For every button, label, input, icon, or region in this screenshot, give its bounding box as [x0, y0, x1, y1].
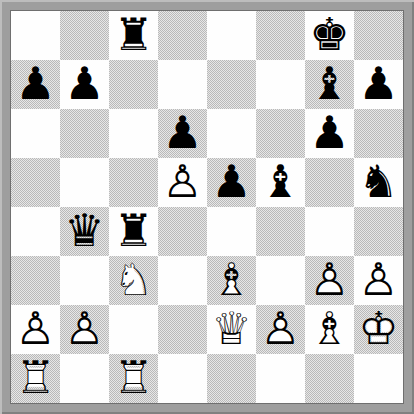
piece-white-bishop[interactable]: ♝♗: [305, 305, 354, 354]
piece-white-knight[interactable]: ♞♘: [109, 256, 158, 305]
square-g8[interactable]: ♚: [305, 11, 354, 60]
square-d4[interactable]: [158, 207, 207, 256]
piece-white-pawn[interactable]: ♟♙: [158, 158, 207, 207]
square-a4[interactable]: [11, 207, 60, 256]
piece-black-bishop[interactable]: ♝: [305, 60, 354, 109]
piece-white-king[interactable]: ♚♔: [354, 305, 403, 354]
white-piece-outline: ♗: [309, 306, 349, 351]
black-piece-glyph: ♝: [260, 159, 300, 204]
square-f7[interactable]: [256, 60, 305, 109]
white-piece-outline: ♙: [162, 159, 202, 204]
square-f8[interactable]: [256, 11, 305, 60]
piece-black-queen[interactable]: ♛: [60, 207, 109, 256]
white-piece-outline: ♖: [15, 355, 55, 400]
square-f1[interactable]: [256, 354, 305, 403]
square-b6[interactable]: [60, 109, 109, 158]
square-d3[interactable]: [158, 256, 207, 305]
piece-white-pawn[interactable]: ♟♙: [11, 305, 60, 354]
square-e2[interactable]: ♛♕: [207, 305, 256, 354]
white-piece-outline: ♙: [15, 306, 55, 351]
square-e4[interactable]: [207, 207, 256, 256]
square-a7[interactable]: ♟: [11, 60, 60, 109]
square-h5[interactable]: ♞: [354, 158, 403, 207]
square-b5[interactable]: [60, 158, 109, 207]
square-b2[interactable]: ♟♙: [60, 305, 109, 354]
square-a6[interactable]: [11, 109, 60, 158]
square-c4[interactable]: ♜: [109, 207, 158, 256]
square-h7[interactable]: ♟: [354, 60, 403, 109]
square-b4[interactable]: ♛: [60, 207, 109, 256]
square-e8[interactable]: [207, 11, 256, 60]
black-piece-glyph: ♟: [15, 61, 55, 106]
white-piece-outline: ♔: [358, 306, 398, 351]
square-d6[interactable]: ♟: [158, 109, 207, 158]
square-a8[interactable]: [11, 11, 60, 60]
piece-white-queen[interactable]: ♛♕: [207, 305, 256, 354]
piece-white-pawn[interactable]: ♟♙: [354, 256, 403, 305]
white-piece-outline: ♙: [260, 306, 300, 351]
square-a1[interactable]: ♜♖: [11, 354, 60, 403]
square-d5[interactable]: ♟♙: [158, 158, 207, 207]
square-a3[interactable]: [11, 256, 60, 305]
black-piece-glyph: ♛: [64, 208, 104, 253]
square-g7[interactable]: ♝: [305, 60, 354, 109]
square-h1[interactable]: [354, 354, 403, 403]
square-h8[interactable]: [354, 11, 403, 60]
square-h3[interactable]: ♟♙: [354, 256, 403, 305]
white-piece-outline: ♖: [113, 355, 153, 400]
chess-board: ♜♚♟♟♝♟♟♟♟♙♟♝♞♛♜♞♘♝♗♟♙♟♙♟♙♟♙♛♕♟♙♝♗♚♔♜♖♜♖: [11, 11, 403, 403]
piece-white-rook[interactable]: ♜♖: [11, 354, 60, 403]
square-g3[interactable]: ♟♙: [305, 256, 354, 305]
piece-black-pawn[interactable]: ♟: [207, 158, 256, 207]
square-f2[interactable]: ♟♙: [256, 305, 305, 354]
square-b1[interactable]: [60, 354, 109, 403]
piece-white-rook[interactable]: ♜♖: [109, 354, 158, 403]
black-piece-glyph: ♟: [64, 61, 104, 106]
piece-white-pawn[interactable]: ♟♙: [305, 256, 354, 305]
square-b3[interactable]: [60, 256, 109, 305]
black-piece-glyph: ♟: [358, 61, 398, 106]
square-h2[interactable]: ♚♔: [354, 305, 403, 354]
black-piece-glyph: ♟: [211, 159, 251, 204]
square-g1[interactable]: [305, 354, 354, 403]
square-d1[interactable]: [158, 354, 207, 403]
square-c3[interactable]: ♞♘: [109, 256, 158, 305]
square-b8[interactable]: [60, 11, 109, 60]
square-c2[interactable]: [109, 305, 158, 354]
piece-white-pawn[interactable]: ♟♙: [256, 305, 305, 354]
square-e3[interactable]: ♝♗: [207, 256, 256, 305]
square-a2[interactable]: ♟♙: [11, 305, 60, 354]
square-f5[interactable]: ♝: [256, 158, 305, 207]
white-piece-outline: ♕: [211, 306, 251, 351]
square-e6[interactable]: [207, 109, 256, 158]
chess-board-frame: ♜♚♟♟♝♟♟♟♟♙♟♝♞♛♜♞♘♝♗♟♙♟♙♟♙♟♙♛♕♟♙♝♗♚♔♜♖♜♖: [0, 0, 414, 414]
square-g5[interactable]: [305, 158, 354, 207]
square-d8[interactable]: [158, 11, 207, 60]
piece-black-king[interactable]: ♚: [305, 11, 354, 60]
piece-black-pawn[interactable]: ♟: [158, 109, 207, 158]
square-e1[interactable]: [207, 354, 256, 403]
white-piece-outline: ♙: [358, 257, 398, 302]
square-e7[interactable]: [207, 60, 256, 109]
square-d2[interactable]: [158, 305, 207, 354]
square-c7[interactable]: [109, 60, 158, 109]
square-g4[interactable]: [305, 207, 354, 256]
square-c1[interactable]: ♜♖: [109, 354, 158, 403]
square-f6[interactable]: [256, 109, 305, 158]
square-b7[interactable]: ♟: [60, 60, 109, 109]
square-f4[interactable]: [256, 207, 305, 256]
square-h6[interactable]: [354, 109, 403, 158]
black-piece-glyph: ♟: [309, 110, 349, 155]
square-c8[interactable]: ♜: [109, 11, 158, 60]
piece-black-pawn[interactable]: ♟: [354, 60, 403, 109]
piece-black-bishop[interactable]: ♝: [256, 158, 305, 207]
black-piece-glyph: ♞: [358, 159, 398, 204]
black-piece-glyph: ♟: [162, 110, 202, 155]
white-piece-outline: ♗: [211, 257, 251, 302]
piece-black-pawn[interactable]: ♟: [60, 60, 109, 109]
white-piece-outline: ♘: [113, 257, 153, 302]
piece-white-pawn[interactable]: ♟♙: [60, 305, 109, 354]
square-e5[interactable]: ♟: [207, 158, 256, 207]
square-c6[interactable]: [109, 109, 158, 158]
piece-black-pawn[interactable]: ♟: [305, 109, 354, 158]
square-g2[interactable]: ♝♗: [305, 305, 354, 354]
square-f3[interactable]: [256, 256, 305, 305]
piece-black-rook[interactable]: ♜: [109, 11, 158, 60]
piece-black-knight[interactable]: ♞: [354, 158, 403, 207]
square-a5[interactable]: [11, 158, 60, 207]
black-piece-glyph: ♜: [113, 208, 153, 253]
white-piece-outline: ♙: [309, 257, 349, 302]
white-piece-outline: ♙: [64, 306, 104, 351]
piece-black-pawn[interactable]: ♟: [11, 60, 60, 109]
black-piece-glyph: ♝: [309, 61, 349, 106]
piece-black-rook[interactable]: ♜: [109, 207, 158, 256]
black-piece-glyph: ♜: [113, 12, 153, 57]
square-d7[interactable]: [158, 60, 207, 109]
black-piece-glyph: ♚: [309, 12, 349, 57]
piece-white-bishop[interactable]: ♝♗: [207, 256, 256, 305]
square-g6[interactable]: ♟: [305, 109, 354, 158]
square-c5[interactable]: [109, 158, 158, 207]
square-h4[interactable]: [354, 207, 403, 256]
